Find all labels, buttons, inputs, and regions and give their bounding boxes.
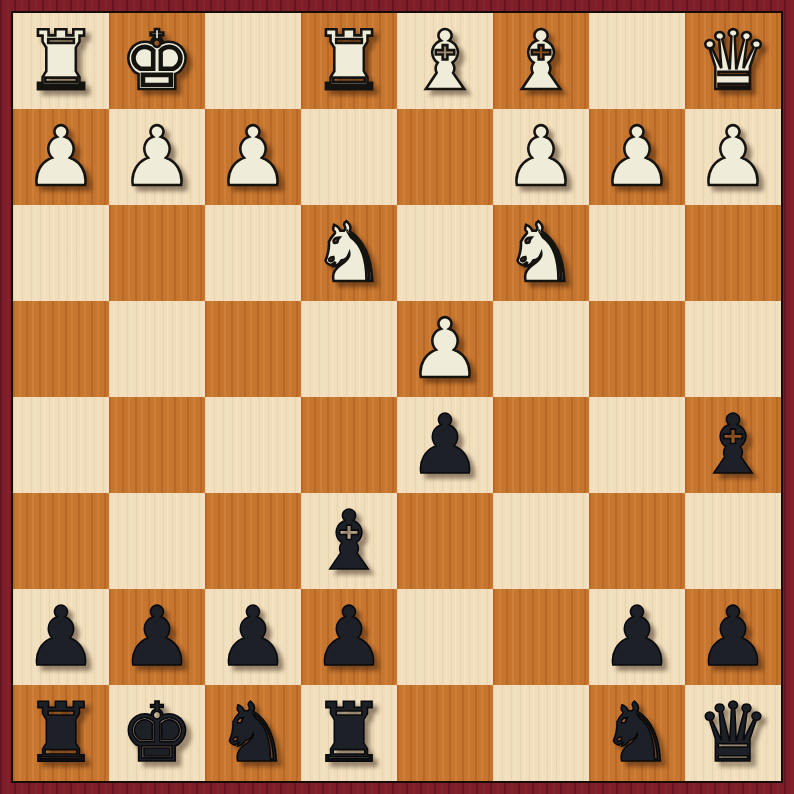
- white-pawn[interactable]: ♟: [216, 109, 290, 205]
- square-b4[interactable]: [589, 301, 685, 397]
- square-e8[interactable]: ♜: [301, 685, 397, 781]
- square-a5[interactable]: ♝: [685, 397, 781, 493]
- square-f8[interactable]: ♞: [205, 685, 301, 781]
- black-knight[interactable]: ♞: [216, 685, 290, 781]
- white-pawn[interactable]: ♟: [696, 109, 770, 205]
- square-h3[interactable]: [13, 205, 109, 301]
- square-h1[interactable]: ♜: [13, 13, 109, 109]
- square-d2[interactable]: [397, 109, 493, 205]
- square-b2[interactable]: ♟: [589, 109, 685, 205]
- square-c2[interactable]: ♟: [493, 109, 589, 205]
- black-bishop[interactable]: ♝: [696, 397, 770, 493]
- square-c3[interactable]: ♞: [493, 205, 589, 301]
- square-g8[interactable]: ♚: [109, 685, 205, 781]
- square-d7[interactable]: [397, 589, 493, 685]
- square-b5[interactable]: [589, 397, 685, 493]
- square-e6[interactable]: ♝: [301, 493, 397, 589]
- square-d4[interactable]: ♟: [397, 301, 493, 397]
- black-pawn[interactable]: ♟: [408, 397, 482, 493]
- square-h6[interactable]: [13, 493, 109, 589]
- square-g4[interactable]: [109, 301, 205, 397]
- square-a7[interactable]: ♟: [685, 589, 781, 685]
- square-f7[interactable]: ♟: [205, 589, 301, 685]
- white-knight[interactable]: ♞: [504, 205, 578, 301]
- square-a6[interactable]: [685, 493, 781, 589]
- white-rook[interactable]: ♜: [24, 13, 98, 109]
- white-pawn[interactable]: ♟: [24, 109, 98, 205]
- black-pawn[interactable]: ♟: [120, 589, 194, 685]
- square-g6[interactable]: [109, 493, 205, 589]
- square-f2[interactable]: ♟: [205, 109, 301, 205]
- square-h2[interactable]: ♟: [13, 109, 109, 205]
- square-c7[interactable]: [493, 589, 589, 685]
- square-g7[interactable]: ♟: [109, 589, 205, 685]
- square-f3[interactable]: [205, 205, 301, 301]
- black-queen[interactable]: ♛: [696, 685, 770, 781]
- square-h4[interactable]: [13, 301, 109, 397]
- square-h7[interactable]: ♟: [13, 589, 109, 685]
- square-a2[interactable]: ♟: [685, 109, 781, 205]
- square-g1[interactable]: ♚: [109, 13, 205, 109]
- black-knight[interactable]: ♞: [600, 685, 674, 781]
- white-rook[interactable]: ♜: [312, 13, 386, 109]
- square-g2[interactable]: ♟: [109, 109, 205, 205]
- square-b3[interactable]: [589, 205, 685, 301]
- white-bishop[interactable]: ♝: [408, 13, 482, 109]
- square-e7[interactable]: ♟: [301, 589, 397, 685]
- board-frame: ♜♚♜♝♝♛♟♟♟♟♟♟♞♞♟♟♝♝♟♟♟♟♟♟♜♚♞♜♞♛: [0, 0, 794, 794]
- black-pawn[interactable]: ♟: [600, 589, 674, 685]
- black-bishop[interactable]: ♝: [312, 493, 386, 589]
- square-d8[interactable]: [397, 685, 493, 781]
- square-c1[interactable]: ♝: [493, 13, 589, 109]
- black-pawn[interactable]: ♟: [696, 589, 770, 685]
- square-d1[interactable]: ♝: [397, 13, 493, 109]
- square-f4[interactable]: [205, 301, 301, 397]
- square-d3[interactable]: [397, 205, 493, 301]
- white-pawn[interactable]: ♟: [120, 109, 194, 205]
- square-b1[interactable]: [589, 13, 685, 109]
- square-c8[interactable]: [493, 685, 589, 781]
- square-d6[interactable]: [397, 493, 493, 589]
- square-e4[interactable]: [301, 301, 397, 397]
- square-e5[interactable]: [301, 397, 397, 493]
- square-f5[interactable]: [205, 397, 301, 493]
- square-a1[interactable]: ♛: [685, 13, 781, 109]
- black-rook[interactable]: ♜: [312, 685, 386, 781]
- white-bishop[interactable]: ♝: [504, 13, 578, 109]
- white-queen[interactable]: ♛: [696, 13, 770, 109]
- white-pawn[interactable]: ♟: [504, 109, 578, 205]
- square-e1[interactable]: ♜: [301, 13, 397, 109]
- black-rook[interactable]: ♜: [24, 685, 98, 781]
- square-f1[interactable]: [205, 13, 301, 109]
- square-g3[interactable]: [109, 205, 205, 301]
- square-f6[interactable]: [205, 493, 301, 589]
- white-king[interactable]: ♚: [120, 13, 194, 109]
- black-pawn[interactable]: ♟: [24, 589, 98, 685]
- square-e3[interactable]: ♞: [301, 205, 397, 301]
- square-d5[interactable]: ♟: [397, 397, 493, 493]
- square-c6[interactable]: [493, 493, 589, 589]
- square-h8[interactable]: ♜: [13, 685, 109, 781]
- square-c4[interactable]: [493, 301, 589, 397]
- square-b8[interactable]: ♞: [589, 685, 685, 781]
- square-h5[interactable]: [13, 397, 109, 493]
- square-b7[interactable]: ♟: [589, 589, 685, 685]
- black-pawn[interactable]: ♟: [312, 589, 386, 685]
- square-a3[interactable]: [685, 205, 781, 301]
- square-a4[interactable]: [685, 301, 781, 397]
- square-b6[interactable]: [589, 493, 685, 589]
- white-knight[interactable]: ♞: [312, 205, 386, 301]
- square-a8[interactable]: ♛: [685, 685, 781, 781]
- square-c5[interactable]: [493, 397, 589, 493]
- black-king[interactable]: ♚: [120, 685, 194, 781]
- white-pawn[interactable]: ♟: [600, 109, 674, 205]
- white-pawn[interactable]: ♟: [408, 301, 482, 397]
- square-g5[interactable]: [109, 397, 205, 493]
- black-pawn[interactable]: ♟: [216, 589, 290, 685]
- chess-board: ♜♚♜♝♝♛♟♟♟♟♟♟♞♞♟♟♝♝♟♟♟♟♟♟♜♚♞♜♞♛: [11, 11, 783, 783]
- square-e2[interactable]: [301, 109, 397, 205]
